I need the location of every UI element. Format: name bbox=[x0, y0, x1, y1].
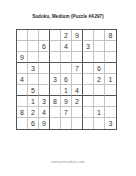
cell-r6c8[interactable] bbox=[94, 85, 105, 96]
cell-r3c8[interactable] bbox=[94, 52, 105, 63]
cell-r5c1: 4 bbox=[17, 74, 28, 85]
cell-r3c1: 9 bbox=[17, 52, 28, 63]
cell-r2c8[interactable] bbox=[94, 41, 105, 52]
cell-r9c5[interactable] bbox=[61, 118, 72, 129]
cell-r7c6: 2 bbox=[72, 96, 83, 107]
cell-r9c2: 6 bbox=[28, 118, 39, 129]
cell-r3c2[interactable] bbox=[28, 52, 39, 63]
cell-r8c9[interactable] bbox=[105, 107, 116, 118]
cell-r6c2: 5 bbox=[28, 85, 39, 96]
cell-r3c9[interactable] bbox=[105, 52, 116, 63]
cell-r8c6[interactable] bbox=[72, 107, 83, 118]
cell-r8c1: 8 bbox=[17, 107, 28, 118]
cell-r2c6[interactable] bbox=[72, 41, 83, 52]
cell-r9c8[interactable] bbox=[94, 118, 105, 129]
cell-r2c1[interactable] bbox=[17, 41, 28, 52]
cell-r5c9: 1 bbox=[105, 74, 116, 85]
cell-r4c7[interactable] bbox=[83, 63, 94, 74]
cell-r5c2[interactable] bbox=[28, 74, 39, 85]
cell-r7c8[interactable] bbox=[94, 96, 105, 107]
cell-r2c5: 4 bbox=[61, 41, 72, 52]
cell-r8c3: 4 bbox=[39, 107, 50, 118]
cell-r7c4: 8 bbox=[50, 96, 61, 107]
cell-r3c3[interactable] bbox=[39, 52, 50, 63]
cell-r6c1[interactable] bbox=[17, 85, 28, 96]
cell-r9c7[interactable] bbox=[83, 118, 94, 129]
cell-r4c8: 6 bbox=[94, 63, 105, 74]
cell-r4c4[interactable] bbox=[50, 63, 61, 74]
cell-r3c6[interactable] bbox=[72, 52, 83, 63]
cell-r6c7[interactable] bbox=[83, 85, 94, 96]
cell-r7c3: 3 bbox=[39, 96, 50, 107]
cell-r4c1[interactable] bbox=[17, 63, 28, 74]
cell-r7c2: 1 bbox=[28, 96, 39, 107]
cell-r3c4[interactable] bbox=[50, 52, 61, 63]
cell-r2c4[interactable] bbox=[50, 41, 61, 52]
cell-r1c6: 9 bbox=[72, 30, 83, 41]
cell-r4c6: 7 bbox=[72, 63, 83, 74]
cell-r7c5: 9 bbox=[61, 96, 72, 107]
cell-r9c4[interactable] bbox=[50, 118, 61, 129]
cell-r5c6[interactable] bbox=[72, 74, 83, 85]
cell-r1c4[interactable] bbox=[50, 30, 61, 41]
cell-r7c9[interactable] bbox=[105, 96, 116, 107]
cell-r4c9[interactable] bbox=[105, 63, 116, 74]
cell-r8c7[interactable] bbox=[83, 107, 94, 118]
cell-r5c7[interactable] bbox=[83, 74, 94, 85]
cell-r8c8: 1 bbox=[94, 107, 105, 118]
cell-r9c9: 3 bbox=[105, 118, 116, 129]
cell-r2c3: 6 bbox=[39, 41, 50, 52]
cell-r2c9[interactable] bbox=[105, 41, 116, 52]
cell-r1c9: 8 bbox=[105, 30, 116, 41]
page-title: Sudoku, Medium (Puzzle #A297) bbox=[0, 13, 136, 21]
cell-r4c5[interactable] bbox=[61, 63, 72, 74]
cell-r1c8[interactable] bbox=[94, 30, 105, 41]
cell-r4c3[interactable] bbox=[39, 63, 50, 74]
cell-r1c1[interactable] bbox=[17, 30, 28, 41]
cell-r6c5: 1 bbox=[61, 85, 72, 96]
cell-r5c4: 3 bbox=[50, 74, 61, 85]
cell-r1c5: 2 bbox=[61, 30, 72, 41]
cell-r8c4[interactable] bbox=[50, 107, 61, 118]
cell-r2c2[interactable] bbox=[28, 41, 39, 52]
cell-r3c5[interactable] bbox=[61, 52, 72, 63]
cell-r6c9[interactable] bbox=[105, 85, 116, 96]
cell-r7c1[interactable] bbox=[17, 96, 28, 107]
cell-r9c6[interactable] bbox=[72, 118, 83, 129]
cell-r1c7[interactable] bbox=[83, 30, 94, 41]
cell-r1c2[interactable] bbox=[28, 30, 39, 41]
cell-r1c3[interactable] bbox=[39, 30, 50, 41]
cell-r7c7[interactable] bbox=[83, 96, 94, 107]
cell-r3c7[interactable] bbox=[83, 52, 94, 63]
cell-r9c3: 9 bbox=[39, 118, 50, 129]
footer-url: www.printsudoku.com bbox=[0, 159, 136, 165]
cell-r5c5: 6 bbox=[61, 74, 72, 85]
cell-r6c4[interactable] bbox=[50, 85, 61, 96]
cell-r2c7: 3 bbox=[83, 41, 94, 52]
sudoku-grid: 2986439376436215141389282471693 bbox=[16, 29, 117, 130]
cell-r5c3[interactable] bbox=[39, 74, 50, 85]
cell-r5c8: 2 bbox=[94, 74, 105, 85]
cell-r8c2: 2 bbox=[28, 107, 39, 118]
cell-r6c6: 4 bbox=[72, 85, 83, 96]
cell-r9c1[interactable] bbox=[17, 118, 28, 129]
cell-r6c3[interactable] bbox=[39, 85, 50, 96]
cell-r8c5: 7 bbox=[61, 107, 72, 118]
cell-r4c2: 3 bbox=[28, 63, 39, 74]
